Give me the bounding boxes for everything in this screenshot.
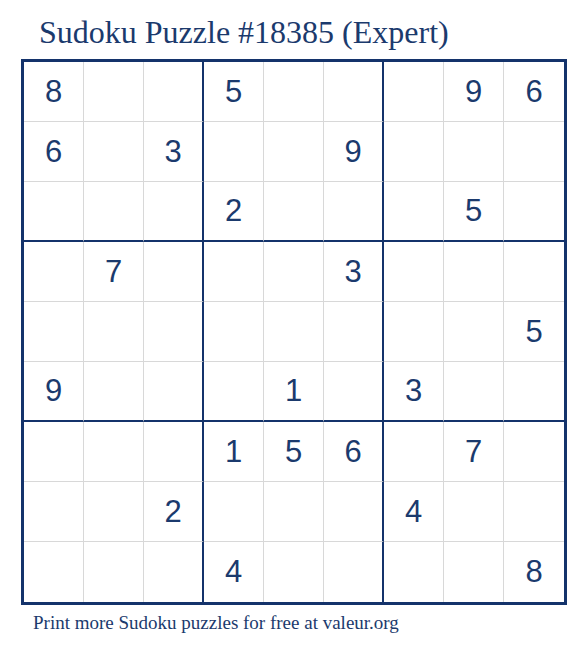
- cell-r3c7[interactable]: [384, 182, 444, 242]
- sudoku-page: Sudoku Puzzle #18385 (Expert) 8596639257…: [0, 0, 580, 651]
- cell-r6c5[interactable]: 1: [264, 362, 324, 422]
- cell-r8c5[interactable]: [264, 482, 324, 542]
- cell-r9c6[interactable]: [324, 542, 384, 602]
- cell-r4c3[interactable]: [144, 242, 204, 302]
- cell-r7c6[interactable]: 6: [324, 422, 384, 482]
- cell-r9c1[interactable]: [24, 542, 84, 602]
- cell-r4c5[interactable]: [264, 242, 324, 302]
- cell-r2c1[interactable]: 6: [24, 122, 84, 182]
- cell-r7c7[interactable]: [384, 422, 444, 482]
- cell-r1c7[interactable]: [384, 62, 444, 122]
- cell-r4c9[interactable]: [504, 242, 564, 302]
- cell-r3c4[interactable]: 2: [204, 182, 264, 242]
- cell-r9c9[interactable]: 8: [504, 542, 564, 602]
- cell-r3c9[interactable]: [504, 182, 564, 242]
- cell-r7c5[interactable]: 5: [264, 422, 324, 482]
- page-title: Sudoku Puzzle #18385 (Expert): [39, 14, 449, 51]
- cell-r8c1[interactable]: [24, 482, 84, 542]
- cell-r7c3[interactable]: [144, 422, 204, 482]
- cell-r9c4[interactable]: 4: [204, 542, 264, 602]
- cell-r5c9[interactable]: 5: [504, 302, 564, 362]
- cell-r1c9[interactable]: 6: [504, 62, 564, 122]
- cell-r9c3[interactable]: [144, 542, 204, 602]
- cell-r2c8[interactable]: [444, 122, 504, 182]
- cell-r2c2[interactable]: [84, 122, 144, 182]
- cell-r5c3[interactable]: [144, 302, 204, 362]
- cell-r8c8[interactable]: [444, 482, 504, 542]
- cell-r2c4[interactable]: [204, 122, 264, 182]
- cell-r2c3[interactable]: 3: [144, 122, 204, 182]
- cell-r1c1[interactable]: 8: [24, 62, 84, 122]
- cell-r5c4[interactable]: [204, 302, 264, 362]
- cell-r8c2[interactable]: [84, 482, 144, 542]
- cell-r8c3[interactable]: 2: [144, 482, 204, 542]
- cell-r3c1[interactable]: [24, 182, 84, 242]
- cell-r4c1[interactable]: [24, 242, 84, 302]
- footer-text: Print more Sudoku puzzles for free at va…: [33, 612, 399, 634]
- cell-r8c4[interactable]: [204, 482, 264, 542]
- cell-r2c6[interactable]: 9: [324, 122, 384, 182]
- cell-r6c4[interactable]: [204, 362, 264, 422]
- cell-r7c9[interactable]: [504, 422, 564, 482]
- cell-r4c4[interactable]: [204, 242, 264, 302]
- cell-r2c5[interactable]: [264, 122, 324, 182]
- cell-r8c7[interactable]: 4: [384, 482, 444, 542]
- cell-r1c5[interactable]: [264, 62, 324, 122]
- cell-r1c3[interactable]: [144, 62, 204, 122]
- cell-r2c7[interactable]: [384, 122, 444, 182]
- cell-r7c8[interactable]: 7: [444, 422, 504, 482]
- cell-r2c9[interactable]: [504, 122, 564, 182]
- cell-r4c7[interactable]: [384, 242, 444, 302]
- cell-r6c8[interactable]: [444, 362, 504, 422]
- cell-r7c4[interactable]: 1: [204, 422, 264, 482]
- cell-r3c3[interactable]: [144, 182, 204, 242]
- cell-r9c7[interactable]: [384, 542, 444, 602]
- cell-r6c7[interactable]: 3: [384, 362, 444, 422]
- cell-r9c8[interactable]: [444, 542, 504, 602]
- cell-r6c2[interactable]: [84, 362, 144, 422]
- cell-r3c5[interactable]: [264, 182, 324, 242]
- cell-r4c6[interactable]: 3: [324, 242, 384, 302]
- cell-r9c5[interactable]: [264, 542, 324, 602]
- cell-r5c6[interactable]: [324, 302, 384, 362]
- cell-r1c4[interactable]: 5: [204, 62, 264, 122]
- cell-r5c5[interactable]: [264, 302, 324, 362]
- cell-r1c8[interactable]: 9: [444, 62, 504, 122]
- cell-r7c1[interactable]: [24, 422, 84, 482]
- cell-r3c8[interactable]: 5: [444, 182, 504, 242]
- cell-r4c8[interactable]: [444, 242, 504, 302]
- cell-r5c7[interactable]: [384, 302, 444, 362]
- sudoku-board: 85966392573591315672448: [21, 59, 567, 605]
- cell-r8c6[interactable]: [324, 482, 384, 542]
- cell-r3c6[interactable]: [324, 182, 384, 242]
- cell-r4c2[interactable]: 7: [84, 242, 144, 302]
- cell-r5c1[interactable]: [24, 302, 84, 362]
- cell-r6c6[interactable]: [324, 362, 384, 422]
- cell-r3c2[interactable]: [84, 182, 144, 242]
- cell-r6c9[interactable]: [504, 362, 564, 422]
- cell-r1c2[interactable]: [84, 62, 144, 122]
- cell-r6c3[interactable]: [144, 362, 204, 422]
- cell-r5c2[interactable]: [84, 302, 144, 362]
- cell-r6c1[interactable]: 9: [24, 362, 84, 422]
- cell-r7c2[interactable]: [84, 422, 144, 482]
- cell-r1c6[interactable]: [324, 62, 384, 122]
- cell-r8c9[interactable]: [504, 482, 564, 542]
- cell-r9c2[interactable]: [84, 542, 144, 602]
- cell-r5c8[interactable]: [444, 302, 504, 362]
